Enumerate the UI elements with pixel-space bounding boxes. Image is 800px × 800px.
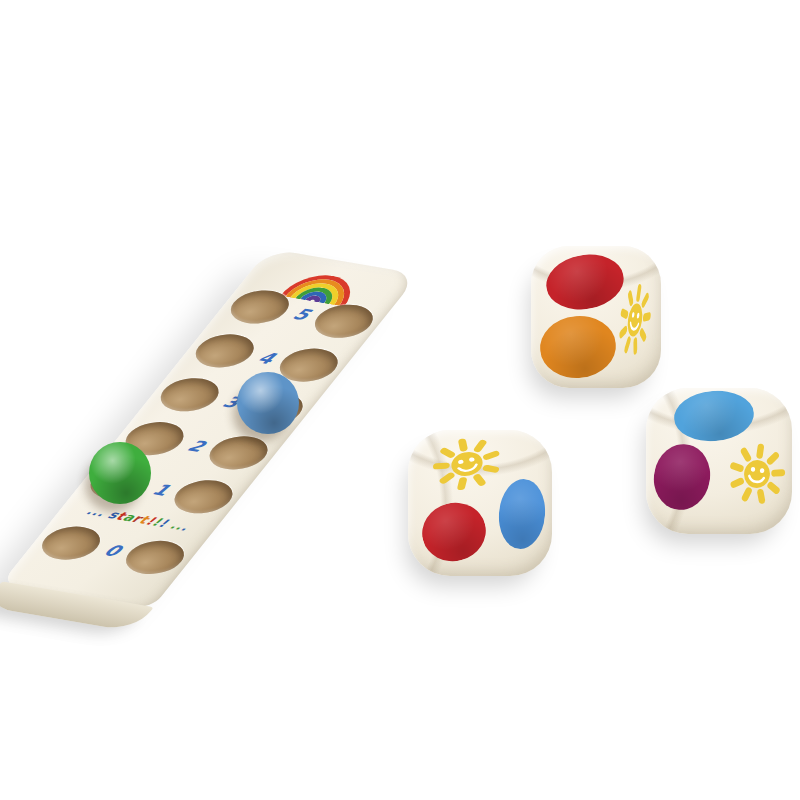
die-blue-purple-sun[interactable]	[646, 388, 792, 534]
die3-sun-face-icon	[723, 438, 790, 510]
die-sun-red-blue[interactable]	[408, 430, 552, 576]
die-red-orange-sun[interactable]	[531, 246, 661, 388]
blue-ball-peg[interactable]	[237, 372, 299, 434]
die1-red-circle-face	[542, 249, 628, 316]
die2-sun-face-icon	[426, 430, 508, 498]
die1-sun-face-icon	[614, 280, 656, 360]
die2-red-circle-face	[416, 496, 493, 569]
game-board: 5 4 3 2 1 ... start!!! ... 0	[1, 249, 419, 610]
die3-purple-circle-face	[649, 440, 716, 515]
green-ball-peg[interactable]	[89, 442, 151, 504]
die1-orange-circle-face	[537, 312, 619, 382]
die3-blue-circle-face	[672, 388, 756, 445]
die2-blue-circle-face	[496, 477, 548, 551]
scene: 5 4 3 2 1 ... start!!! ... 0	[0, 0, 800, 800]
board-front-edge	[0, 581, 154, 632]
